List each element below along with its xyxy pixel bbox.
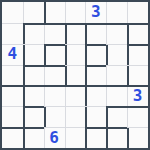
cell-r4c7[interactable]: [127, 65, 148, 86]
cell-r1c2[interactable]: [23, 2, 44, 23]
cell-r7c7[interactable]: [127, 127, 148, 148]
cell-r7c1[interactable]: [2, 127, 23, 148]
cell-r7c5[interactable]: [85, 127, 106, 148]
cell-r5c5[interactable]: [85, 85, 106, 106]
cell-r6c7[interactable]: [127, 106, 148, 127]
cell-r2c7[interactable]: [127, 23, 148, 44]
cell-r3c6[interactable]: [106, 44, 127, 65]
cell-r7c6[interactable]: [106, 127, 127, 148]
cell-r2c4[interactable]: [65, 23, 86, 44]
cell-r3c5[interactable]: [85, 44, 106, 65]
cell-r2c1[interactable]: [2, 23, 23, 44]
cell-r3c3[interactable]: [44, 44, 65, 65]
cell-r5c7: 3: [127, 85, 148, 106]
cell-r2c2[interactable]: [23, 23, 44, 44]
cell-r5c2[interactable]: [23, 85, 44, 106]
cell-r6c4[interactable]: [65, 106, 86, 127]
cell-r6c1[interactable]: [2, 106, 23, 127]
cell-r3c2[interactable]: [23, 44, 44, 65]
cell-r7c2[interactable]: [23, 127, 44, 148]
cell-r5c3[interactable]: [44, 85, 65, 106]
cell-r7c3: 6: [44, 127, 65, 148]
cell-r1c5: 3: [85, 2, 106, 23]
cell-r2c5[interactable]: [85, 23, 106, 44]
cell-r1c3[interactable]: [44, 2, 65, 23]
cell-r3c1: 4: [2, 44, 23, 65]
cell-r4c1[interactable]: [2, 65, 23, 86]
cell-r1c7[interactable]: [127, 2, 148, 23]
cell-r1c6[interactable]: [106, 2, 127, 23]
cell-r4c4[interactable]: [65, 65, 86, 86]
cell-r6c6[interactable]: [106, 106, 127, 127]
cell-r4c3[interactable]: [44, 65, 65, 86]
cell-r4c5[interactable]: [85, 65, 106, 86]
cell-r1c1[interactable]: [2, 2, 23, 23]
cell-r7c4[interactable]: [65, 127, 86, 148]
puzzle-board: 3436: [0, 0, 150, 150]
cell-r4c6[interactable]: [106, 65, 127, 86]
cell-r6c2[interactable]: [23, 106, 44, 127]
cell-r3c7[interactable]: [127, 44, 148, 65]
cell-r3c4[interactable]: [65, 44, 86, 65]
cell-r5c4[interactable]: [65, 85, 86, 106]
cell-r5c6[interactable]: [106, 85, 127, 106]
cell-r6c5[interactable]: [85, 106, 106, 127]
cell-r2c6[interactable]: [106, 23, 127, 44]
cell-r1c4[interactable]: [65, 2, 86, 23]
cell-r6c3[interactable]: [44, 106, 65, 127]
cell-r5c1[interactable]: [2, 85, 23, 106]
cell-r2c3[interactable]: [44, 23, 65, 44]
cell-r4c2[interactable]: [23, 65, 44, 86]
